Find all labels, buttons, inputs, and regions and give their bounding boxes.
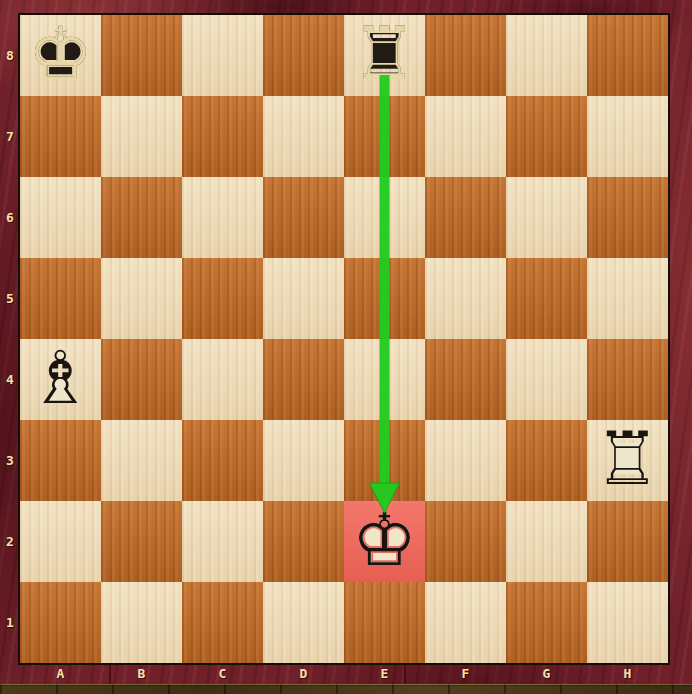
file-label-d: D xyxy=(263,663,344,684)
square-b5[interactable] xyxy=(101,258,182,339)
square-e5[interactable] xyxy=(344,258,425,339)
square-g6[interactable] xyxy=(506,177,587,258)
file-label-e: E xyxy=(344,663,425,684)
square-g7[interactable] xyxy=(506,96,587,177)
square-h2[interactable] xyxy=(587,501,668,582)
square-c8[interactable] xyxy=(182,15,263,96)
square-d7[interactable] xyxy=(263,96,344,177)
square-d5[interactable] xyxy=(263,258,344,339)
square-g8[interactable] xyxy=(506,15,587,96)
rank-label-8: 8 xyxy=(0,15,20,96)
rank-label-7: 7 xyxy=(0,96,20,177)
square-f7[interactable] xyxy=(425,96,506,177)
black-king-outline: ♔ xyxy=(28,16,93,89)
square-c2[interactable] xyxy=(182,501,263,582)
square-f6[interactable] xyxy=(425,177,506,258)
piece-white-king-e2[interactable]: ♚♔ xyxy=(344,501,425,582)
file-label-a: A xyxy=(20,663,101,684)
square-c6[interactable] xyxy=(182,177,263,258)
square-h4[interactable] xyxy=(587,339,668,420)
square-b1[interactable] xyxy=(101,582,182,663)
square-d8[interactable] xyxy=(263,15,344,96)
square-a7[interactable] xyxy=(20,96,101,177)
square-c7[interactable] xyxy=(182,96,263,177)
rank-label-1: 1 xyxy=(0,582,20,663)
square-b2[interactable] xyxy=(101,501,182,582)
square-d4[interactable] xyxy=(263,339,344,420)
square-d6[interactable] xyxy=(263,177,344,258)
file-label-b: B xyxy=(101,663,182,684)
rank-labels: 87654321 xyxy=(0,15,20,663)
square-f1[interactable] xyxy=(425,582,506,663)
square-g1[interactable] xyxy=(506,582,587,663)
square-f3[interactable] xyxy=(425,420,506,501)
square-h7[interactable] xyxy=(587,96,668,177)
rank-label-2: 2 xyxy=(0,501,20,582)
square-a2[interactable] xyxy=(20,501,101,582)
rank-label-3: 3 xyxy=(0,420,20,501)
piece-white-bishop-a4[interactable]: ♝♗ xyxy=(20,339,101,420)
file-label-c: C xyxy=(182,663,263,684)
square-c4[interactable] xyxy=(182,339,263,420)
square-e3[interactable] xyxy=(344,420,425,501)
square-e4[interactable] xyxy=(344,339,425,420)
piece-white-rook-h3[interactable]: ♜♖ xyxy=(587,420,668,501)
rank-label-6: 6 xyxy=(0,177,20,258)
square-h8[interactable] xyxy=(587,15,668,96)
square-e7[interactable] xyxy=(344,96,425,177)
square-b6[interactable] xyxy=(101,177,182,258)
square-h6[interactable] xyxy=(587,177,668,258)
square-d2[interactable] xyxy=(263,501,344,582)
square-f4[interactable] xyxy=(425,339,506,420)
rank-label-5: 5 xyxy=(0,258,20,339)
square-b3[interactable] xyxy=(101,420,182,501)
square-h5[interactable] xyxy=(587,258,668,339)
square-c5[interactable] xyxy=(182,258,263,339)
square-c3[interactable] xyxy=(182,420,263,501)
file-label-f: F xyxy=(425,663,506,684)
square-a3[interactable] xyxy=(20,420,101,501)
square-d1[interactable] xyxy=(263,582,344,663)
square-b7[interactable] xyxy=(101,96,182,177)
square-g4[interactable] xyxy=(506,339,587,420)
file-labels: ABCDEFGH xyxy=(20,663,668,684)
square-g3[interactable] xyxy=(506,420,587,501)
square-f5[interactable] xyxy=(425,258,506,339)
white-king-outline: ♔ xyxy=(352,502,417,575)
square-g2[interactable] xyxy=(506,501,587,582)
chess-board-window: 87654321 ♚♔♜♖♝♗♜♖♚♔ ABCDEFGH xyxy=(0,0,692,694)
square-c1[interactable] xyxy=(182,582,263,663)
square-a6[interactable] xyxy=(20,177,101,258)
square-f2[interactable] xyxy=(425,501,506,582)
board: ♚♔♜♖♝♗♜♖♚♔ xyxy=(20,15,668,663)
square-g5[interactable] xyxy=(506,258,587,339)
square-a5[interactable] xyxy=(20,258,101,339)
piece-black-rook-e8[interactable]: ♜♖ xyxy=(344,15,425,96)
white-rook-outline: ♖ xyxy=(595,421,660,494)
square-e6[interactable] xyxy=(344,177,425,258)
file-label-g: G xyxy=(506,663,587,684)
square-b4[interactable] xyxy=(101,339,182,420)
square-h1[interactable] xyxy=(587,582,668,663)
white-bishop-outline: ♗ xyxy=(28,340,93,413)
square-f8[interactable] xyxy=(425,15,506,96)
piece-black-king-a8[interactable]: ♚♔ xyxy=(20,15,101,96)
square-d3[interactable] xyxy=(263,420,344,501)
table-edge xyxy=(0,684,692,694)
square-a1[interactable] xyxy=(20,582,101,663)
square-b8[interactable] xyxy=(101,15,182,96)
square-e1[interactable] xyxy=(344,582,425,663)
file-label-h: H xyxy=(587,663,668,684)
rank-label-4: 4 xyxy=(0,339,20,420)
black-rook-outline: ♖ xyxy=(352,16,417,89)
